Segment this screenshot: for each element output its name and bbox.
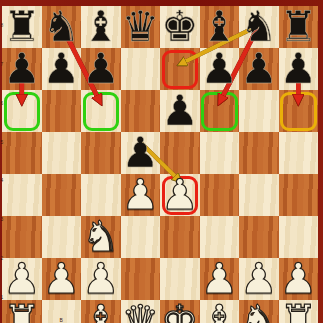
square-g3[interactable] [239,216,279,258]
black-rook-h8[interactable]: ♜ [279,6,319,48]
square-c8[interactable]: ♝ [81,6,121,48]
square-b6[interactable] [42,90,82,132]
square-b2[interactable]: ♟ [42,258,82,300]
white-knight-c3[interactable]: ♞ [81,216,121,258]
square-f3[interactable] [200,216,240,258]
highlight-yellow-h6 [280,92,317,131]
black-pawn-c7[interactable]: ♟ [81,48,121,90]
white-pawn-f2[interactable]: ♟ [200,258,240,300]
square-f4[interactable] [200,174,240,216]
square-d1[interactable]: ♛ [121,300,161,323]
white-bishop-f1[interactable]: ♝ [200,300,240,323]
square-e3[interactable] [160,216,200,258]
square-f6[interactable] [200,90,240,132]
square-h2[interactable]: ♟ [279,258,319,300]
square-b5[interactable] [42,132,82,174]
white-pawn-d4[interactable]: ♟ [121,174,161,216]
square-g6[interactable] [239,90,279,132]
square-a8[interactable]: ♜ [2,6,42,48]
square-c7[interactable]: ♟ [81,48,121,90]
square-h3[interactable] [279,216,319,258]
highlight-green-f6 [201,92,238,131]
black-pawn-h7[interactable]: ♟ [279,48,319,90]
square-a6[interactable] [2,90,42,132]
square-c2[interactable]: ♟ [81,258,121,300]
black-queen-d8[interactable]: ♛ [121,6,161,48]
square-c3[interactable]: ♞ [81,216,121,258]
black-knight-g8[interactable]: ♞ [239,6,279,48]
square-f8[interactable]: ♝ [200,6,240,48]
rank-label-3: 3 [0,216,7,223]
square-a4[interactable] [2,174,42,216]
square-d6[interactable] [121,90,161,132]
square-e1[interactable]: ♚ [160,300,200,323]
black-pawn-g7[interactable]: ♟ [239,48,279,90]
square-f2[interactable]: ♟ [200,258,240,300]
chess-board-frame: ♜♞♝♛♚♝♞♜♟♟♟♟♟♟♟♟♟♟♞♟♟♟♟♟♟♜♝♛♚♝♞♜ ABCDEFG… [0,0,323,323]
white-queen-d1[interactable]: ♛ [121,300,161,323]
white-pawn-h2[interactable]: ♟ [279,258,319,300]
square-e6[interactable]: ♟ [160,90,200,132]
white-bishop-c1[interactable]: ♝ [81,300,121,323]
square-b7[interactable]: ♟ [42,48,82,90]
white-king-e1[interactable]: ♚ [160,300,200,323]
square-h8[interactable]: ♜ [279,6,319,48]
black-king-e8[interactable]: ♚ [160,6,200,48]
square-g1[interactable]: ♞ [239,300,279,323]
square-h5[interactable] [279,132,319,174]
square-g7[interactable]: ♟ [239,48,279,90]
square-c5[interactable] [81,132,121,174]
rank-label-4: 4 [0,177,7,184]
square-a3[interactable] [2,216,42,258]
square-h1[interactable]: ♜ [279,300,319,323]
square-a5[interactable] [2,132,42,174]
black-pawn-f7[interactable]: ♟ [200,48,240,90]
square-e7[interactable] [160,48,200,90]
square-d8[interactable]: ♛ [121,6,161,48]
black-bishop-f8[interactable]: ♝ [200,6,240,48]
highlight-green-c6 [83,92,120,131]
square-h7[interactable]: ♟ [279,48,319,90]
square-e5[interactable] [160,132,200,174]
square-g2[interactable]: ♟ [239,258,279,300]
white-pawn-g2[interactable]: ♟ [239,258,279,300]
black-rook-a8[interactable]: ♜ [2,6,42,48]
square-h6[interactable] [279,90,319,132]
square-a2[interactable]: ♟ [2,258,42,300]
board: ♜♞♝♛♚♝♞♜♟♟♟♟♟♟♟♟♟♟♞♟♟♟♟♟♟♜♝♛♚♝♞♜ [2,6,318,317]
black-bishop-c8[interactable]: ♝ [81,6,121,48]
file-label-b: B [42,317,82,323]
square-d3[interactable] [121,216,161,258]
black-knight-b8[interactable]: ♞ [42,6,82,48]
square-d4[interactable]: ♟ [121,174,161,216]
square-h4[interactable] [279,174,319,216]
square-b8[interactable]: ♞ [42,6,82,48]
square-d2[interactable] [121,258,161,300]
black-pawn-d5[interactable]: ♟ [121,132,161,174]
square-f5[interactable] [200,132,240,174]
square-f1[interactable]: ♝ [200,300,240,323]
highlight-green-a6 [4,92,41,131]
square-b4[interactable] [42,174,82,216]
square-g8[interactable]: ♞ [239,6,279,48]
white-pawn-e4[interactable]: ♟ [160,174,200,216]
square-b3[interactable] [42,216,82,258]
square-c6[interactable] [81,90,121,132]
square-c1[interactable]: ♝ [81,300,121,323]
square-a7[interactable]: ♟ [2,48,42,90]
square-e2[interactable] [160,258,200,300]
white-pawn-c2[interactable]: ♟ [81,258,121,300]
white-rook-a1[interactable]: ♜ [2,300,42,323]
white-pawn-a2[interactable]: ♟ [2,258,42,300]
white-pawn-b2[interactable]: ♟ [42,258,82,300]
square-d7[interactable] [121,48,161,90]
square-g5[interactable] [239,132,279,174]
square-e8[interactable]: ♚ [160,6,200,48]
black-pawn-a7[interactable]: ♟ [2,48,42,90]
square-e4[interactable]: ♟ [160,174,200,216]
white-knight-g1[interactable]: ♞ [239,300,279,323]
rank-label-5: 5 [0,139,7,146]
square-g4[interactable] [239,174,279,216]
black-pawn-e6[interactable]: ♟ [160,90,200,132]
highlight-red-e7 [162,50,199,89]
black-pawn-b7[interactable]: ♟ [42,48,82,90]
square-c4[interactable] [81,174,121,216]
white-rook-h1[interactable]: ♜ [279,300,319,323]
square-d5[interactable]: ♟ [121,132,161,174]
square-f7[interactable]: ♟ [200,48,240,90]
square-a1[interactable]: ♜ [2,300,42,323]
